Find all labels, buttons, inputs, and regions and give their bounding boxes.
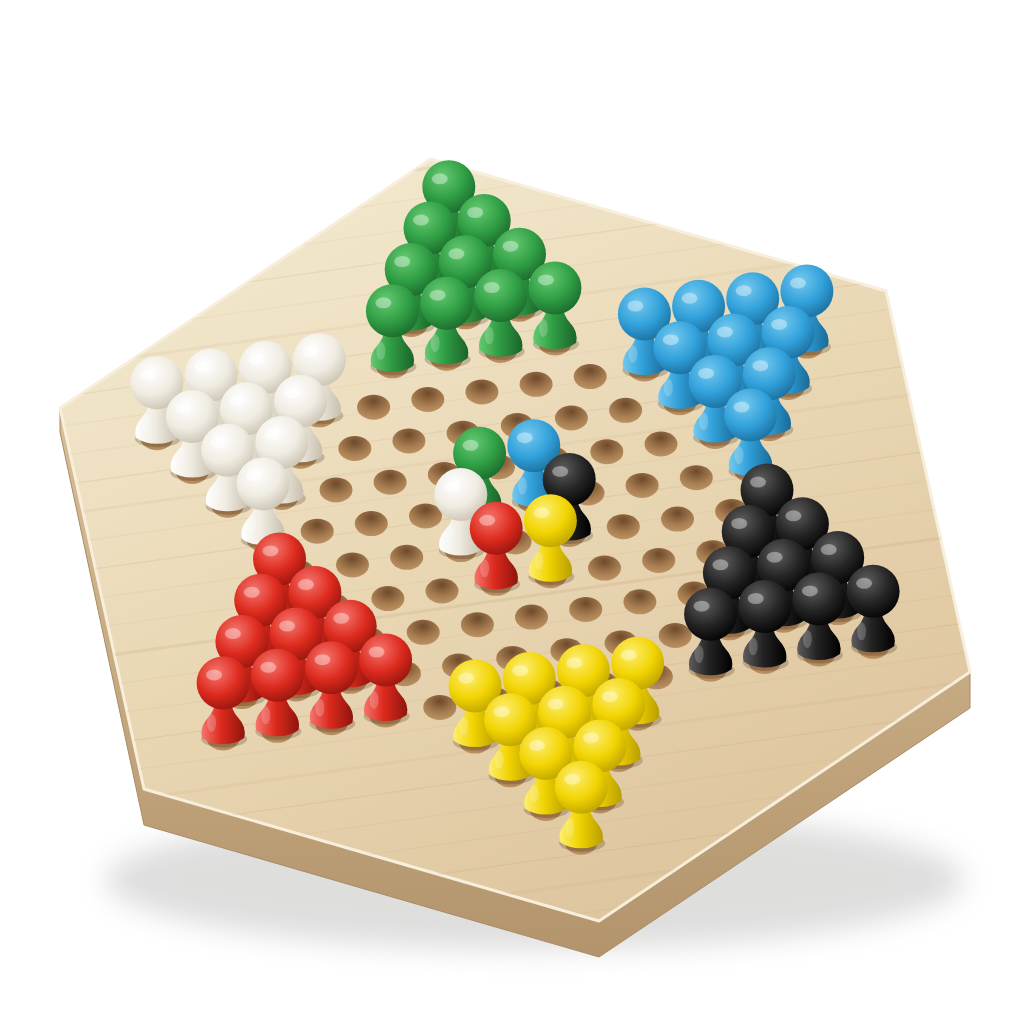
board-hole[interactable] <box>407 620 440 645</box>
board-hole[interactable] <box>426 579 459 604</box>
board-hole[interactable] <box>336 552 369 577</box>
board-hole[interactable] <box>645 432 678 457</box>
board-hole[interactable] <box>461 612 494 637</box>
board-hole[interactable] <box>659 623 692 648</box>
board-hole[interactable] <box>465 379 498 404</box>
board-hole[interactable] <box>390 545 423 570</box>
board-hole[interactable] <box>661 507 694 532</box>
board-hole[interactable] <box>569 597 602 622</box>
board-hole[interactable] <box>392 428 425 453</box>
board-hole[interactable] <box>590 439 623 464</box>
chinese-checkers-board <box>0 0 1024 1024</box>
board-hole[interactable] <box>680 465 713 490</box>
board-hole[interactable] <box>588 556 621 581</box>
board-hole[interactable] <box>515 605 548 630</box>
board-hole[interactable] <box>371 586 404 611</box>
board-hole[interactable] <box>555 406 588 431</box>
board-hole[interactable] <box>355 511 388 536</box>
board-hole[interactable] <box>338 436 371 461</box>
board-hole[interactable] <box>607 514 640 539</box>
board-hole[interactable] <box>301 519 334 544</box>
board-hole[interactable] <box>357 395 390 420</box>
board-hole[interactable] <box>423 695 456 720</box>
board-hole[interactable] <box>520 372 553 397</box>
board-hole[interactable] <box>642 548 675 573</box>
board-hole[interactable] <box>626 473 659 498</box>
board-hole[interactable] <box>320 477 353 502</box>
board-hole[interactable] <box>574 364 607 389</box>
product-photo-scene <box>0 0 1024 1024</box>
board-hole[interactable] <box>623 589 656 614</box>
board-hole[interactable] <box>411 387 444 412</box>
board-hole[interactable] <box>609 398 642 423</box>
board-hole[interactable] <box>374 470 407 495</box>
board-hole[interactable] <box>409 503 442 528</box>
